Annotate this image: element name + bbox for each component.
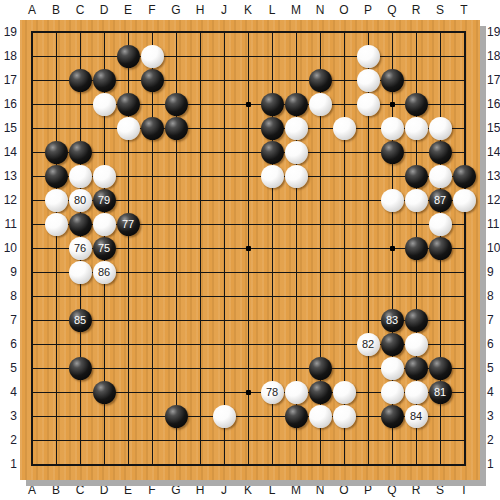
column-label: M (284, 0, 308, 20)
stone-black-R7 (405, 309, 428, 332)
row-label: 1 (0, 452, 17, 476)
stone-white-B11 (45, 213, 68, 236)
stone-black-Q17 (381, 69, 404, 92)
column-label: S (428, 0, 452, 20)
column-label: T (452, 480, 476, 500)
row-label: 10 (0, 236, 17, 260)
column-label: A (20, 0, 44, 20)
stone-white-R12 (405, 189, 428, 212)
row-label: 7 (0, 308, 17, 332)
stone-black-R16 (405, 93, 428, 116)
stone-white-B12 (45, 189, 68, 212)
column-label: N (308, 0, 332, 20)
stone-black-D10: 75 (93, 237, 116, 260)
column-label: H (188, 480, 212, 500)
stone-black-D12: 79 (93, 189, 116, 212)
stone-white-N3 (309, 405, 332, 428)
stone-black-B13 (45, 165, 68, 188)
stone-white-S15 (429, 117, 452, 140)
column-label: R (404, 480, 428, 500)
move-number-label: 81 (434, 387, 446, 398)
stone-white-O15 (333, 117, 356, 140)
column-label: D (92, 480, 116, 500)
column-label: E (116, 0, 140, 20)
stone-white-Q5 (381, 357, 404, 380)
stone-black-G3 (165, 405, 188, 428)
stone-white-M15 (285, 117, 308, 140)
stone-white-P6: 82 (357, 333, 380, 356)
row-label: 12 (487, 188, 500, 212)
row-label: 16 (0, 92, 17, 116)
stone-white-S11 (429, 213, 452, 236)
move-number-label: 83 (386, 315, 398, 326)
stone-white-Q15 (381, 117, 404, 140)
stone-white-D13 (93, 165, 116, 188)
row-label: 17 (487, 68, 500, 92)
row-label: 3 (487, 404, 500, 428)
stone-white-D11 (93, 213, 116, 236)
stone-white-L13 (261, 165, 284, 188)
stone-white-R15 (405, 117, 428, 140)
stone-white-O3 (333, 405, 356, 428)
column-label: P (356, 0, 380, 20)
stone-white-S13 (429, 165, 452, 188)
column-label: Q (380, 0, 404, 20)
column-label: O (332, 0, 356, 20)
move-number-label: 80 (74, 195, 86, 206)
column-label: B (44, 0, 68, 20)
stone-white-C10: 76 (69, 237, 92, 260)
column-label: M (284, 480, 308, 500)
stone-white-D16 (93, 93, 116, 116)
move-number-label: 75 (98, 243, 110, 254)
stone-black-B14 (45, 141, 68, 164)
column-label: O (332, 480, 356, 500)
stone-black-G16 (165, 93, 188, 116)
stone-black-S14 (429, 141, 452, 164)
column-label: T (452, 0, 476, 20)
column-label: P (356, 480, 380, 500)
column-label: J (212, 480, 236, 500)
stone-black-L16 (261, 93, 284, 116)
row-label: 1 (487, 452, 500, 476)
row-label: 15 (0, 116, 17, 140)
row-label: 6 (487, 332, 500, 356)
row-label: 9 (487, 260, 500, 284)
stone-white-E15 (117, 117, 140, 140)
row-label: 2 (487, 428, 500, 452)
move-number-label: 87 (434, 195, 446, 206)
row-label: 15 (487, 116, 500, 140)
stone-white-M14 (285, 141, 308, 164)
row-label: 8 (0, 284, 17, 308)
row-label: 14 (0, 140, 17, 164)
stone-white-M13 (285, 165, 308, 188)
stone-black-C11 (69, 213, 92, 236)
move-number-label: 76 (74, 243, 86, 254)
stone-black-F17 (141, 69, 164, 92)
stone-white-C9 (69, 261, 92, 284)
column-label: F (140, 480, 164, 500)
column-label: Q (380, 480, 404, 500)
stone-white-C13 (69, 165, 92, 188)
move-number-label: 84 (410, 411, 422, 422)
move-number-label: 86 (98, 267, 110, 278)
row-label: 4 (0, 380, 17, 404)
column-label: G (164, 480, 188, 500)
column-label: E (116, 480, 140, 500)
stone-black-S12: 87 (429, 189, 452, 212)
column-labels-top: ABCDEFGHJKLMNOPQRST (20, 0, 480, 20)
stone-black-S5 (429, 357, 452, 380)
row-label: 10 (487, 236, 500, 260)
stone-white-L4: 78 (261, 381, 284, 404)
stone-black-M3 (285, 405, 308, 428)
column-label: D (92, 0, 116, 20)
row-label: 19 (487, 20, 500, 44)
column-label: C (68, 0, 92, 20)
stone-white-Q4 (381, 381, 404, 404)
stone-black-S10 (429, 237, 452, 260)
column-label: S (428, 480, 452, 500)
go-board-diagram: ABCDEFGHJKLMNOPQRST ABCDEFGHJKLMNOPQRST … (0, 0, 500, 500)
row-label: 5 (0, 356, 17, 380)
stone-white-P17 (357, 69, 380, 92)
stone-white-P16 (357, 93, 380, 116)
column-label: H (188, 0, 212, 20)
stone-black-N4 (309, 381, 332, 404)
row-label: 13 (0, 164, 17, 188)
column-label: R (404, 0, 428, 20)
move-number-label: 78 (266, 387, 278, 398)
stone-white-R4 (405, 381, 428, 404)
row-label: 18 (487, 44, 500, 68)
stone-black-E16 (117, 93, 140, 116)
stone-white-M4 (285, 381, 308, 404)
stone-black-L14 (261, 141, 284, 164)
row-label: 2 (0, 428, 17, 452)
stone-black-Q3 (381, 405, 404, 428)
column-label: A (20, 480, 44, 500)
row-label: 19 (0, 20, 17, 44)
row-label: 6 (0, 332, 17, 356)
row-label: 13 (487, 164, 500, 188)
stone-black-D4 (93, 381, 116, 404)
column-label: L (260, 480, 284, 500)
stone-white-F18 (141, 45, 164, 68)
stone-black-N5 (309, 357, 332, 380)
stone-black-Q7: 83 (381, 309, 404, 332)
move-number-label: 79 (98, 195, 110, 206)
stones-grid: 79877775858381807686827884 (20, 20, 476, 476)
row-label: 9 (0, 260, 17, 284)
stone-black-F15 (141, 117, 164, 140)
column-labels-bottom: ABCDEFGHJKLMNOPQRST (20, 480, 480, 500)
column-label: F (140, 0, 164, 20)
stone-white-O4 (333, 381, 356, 404)
stone-white-C12: 80 (69, 189, 92, 212)
stone-black-C5 (69, 357, 92, 380)
column-label: L (260, 0, 284, 20)
stone-white-T12 (453, 189, 476, 212)
stone-black-R5 (405, 357, 428, 380)
stone-white-J3 (213, 405, 236, 428)
stone-white-R6 (405, 333, 428, 356)
stone-white-N16 (309, 93, 332, 116)
stone-black-L15 (261, 117, 284, 140)
row-label: 11 (487, 212, 500, 236)
stone-white-P18 (357, 45, 380, 68)
stone-white-Q12 (381, 189, 404, 212)
stone-black-T13 (453, 165, 476, 188)
move-number-label: 85 (74, 315, 86, 326)
stone-white-D9: 86 (93, 261, 116, 284)
move-number-label: 77 (122, 219, 134, 230)
stone-black-G15 (165, 117, 188, 140)
row-label: 8 (487, 284, 500, 308)
stone-black-R10 (405, 237, 428, 260)
row-label: 3 (0, 404, 17, 428)
column-label: K (236, 480, 260, 500)
row-label: 14 (487, 140, 500, 164)
stone-black-D17 (93, 69, 116, 92)
row-labels-right: 19181716151413121110987654321 (481, 20, 500, 480)
move-number-label: 82 (362, 339, 374, 350)
stone-black-C7: 85 (69, 309, 92, 332)
stone-white-R3: 84 (405, 405, 428, 428)
stone-black-S4: 81 (429, 381, 452, 404)
stone-black-N17 (309, 69, 332, 92)
goban[interactable]: 79877775858381807686827884 (20, 20, 480, 480)
stone-black-E11: 77 (117, 213, 140, 236)
column-label: K (236, 0, 260, 20)
stone-black-M16 (285, 93, 308, 116)
stone-black-Q6 (381, 333, 404, 356)
stone-black-Q14 (381, 141, 404, 164)
stone-black-E18 (117, 45, 140, 68)
row-label: 18 (0, 44, 17, 68)
row-label: 12 (0, 188, 17, 212)
stone-black-C14 (69, 141, 92, 164)
column-label: G (164, 0, 188, 20)
column-label: J (212, 0, 236, 20)
row-label: 17 (0, 68, 17, 92)
column-label: B (44, 480, 68, 500)
row-label: 11 (0, 212, 17, 236)
row-label: 4 (487, 380, 500, 404)
row-labels-left: 19181716151413121110987654321 (0, 20, 20, 480)
column-label: N (308, 480, 332, 500)
stone-black-C17 (69, 69, 92, 92)
row-label: 7 (487, 308, 500, 332)
stone-black-R13 (405, 165, 428, 188)
column-label: C (68, 480, 92, 500)
row-label: 5 (487, 356, 500, 380)
row-label: 16 (487, 92, 500, 116)
